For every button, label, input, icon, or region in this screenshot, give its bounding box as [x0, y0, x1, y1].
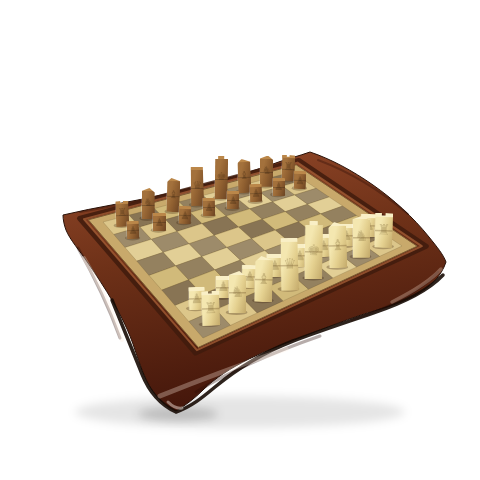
piece-shadow — [313, 253, 332, 258]
piece-shadow — [189, 202, 205, 207]
piece-shadow — [213, 295, 232, 300]
piece-shadow — [248, 199, 263, 204]
piece-shadow — [279, 177, 295, 182]
piece-shadow — [336, 243, 355, 248]
piece-shadow — [186, 306, 205, 311]
piece-shadow — [139, 216, 155, 221]
piece-shadow — [252, 298, 274, 303]
piece-shadow — [226, 310, 248, 315]
piece-shadow — [199, 322, 221, 327]
piece-shadow — [176, 220, 191, 225]
piece-shadow — [258, 183, 274, 188]
piece-shadow — [213, 196, 229, 201]
piece-shadow — [292, 186, 307, 191]
piece-shadow — [201, 213, 216, 218]
piece-shadow — [358, 233, 377, 238]
piece-shadow — [125, 235, 140, 240]
floor-shadow — [75, 396, 405, 428]
board-scene — [0, 0, 480, 480]
piece-shadow — [239, 284, 258, 289]
piece-shadow — [151, 228, 166, 233]
piece-shadow — [326, 265, 348, 270]
piece-shadow — [278, 287, 300, 292]
piece-shadow — [165, 209, 181, 214]
piece-shadow — [350, 254, 372, 259]
piece-shadow — [372, 244, 394, 249]
piece-shadow — [264, 273, 283, 278]
wooden-chess-set-photo: ♜♞♝♛♚♝♞♜♟♟♟♟♟♟♟♟♟♟♟♟♟♟♟♟♜♞♝♛♚♝♞♜ — [0, 0, 480, 480]
piece-shadow — [302, 275, 324, 280]
piece-shadow — [270, 192, 285, 197]
piece-shadow — [236, 189, 252, 194]
piece-shadow — [289, 263, 308, 268]
piece-shadow — [114, 223, 130, 228]
piece-shadow — [225, 206, 240, 211]
